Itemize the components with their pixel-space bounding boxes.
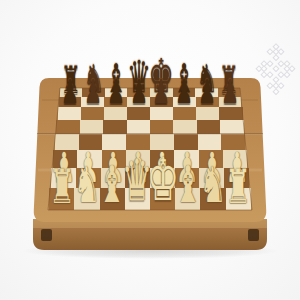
- product-photo-scene: ♜♞♝♛♚♝♞♜♟♟♟♟♟♟♟♟♟♟♟♟♟♟♟♟♜♞♝♛♚♝♞♜: [0, 0, 300, 300]
- square-a5[interactable]: [56, 120, 79, 134]
- watermark-diamond: [290, 89, 296, 95]
- black-pawn[interactable]: ♟: [212, 76, 249, 109]
- square-h5[interactable]: [220, 120, 243, 134]
- square-c5[interactable]: [103, 120, 126, 134]
- square-g5[interactable]: [197, 120, 220, 134]
- square-d5[interactable]: [127, 120, 150, 134]
- corner-inlay-left: [41, 229, 52, 241]
- square-f5[interactable]: [173, 120, 196, 134]
- white-rook[interactable]: ♜: [220, 163, 257, 210]
- square-b5[interactable]: [80, 120, 103, 134]
- corner-inlay-right: [248, 229, 259, 241]
- diamond-crest-watermark: [256, 44, 295, 94]
- board-rank-5: [56, 120, 244, 134]
- square-e5[interactable]: [150, 120, 173, 134]
